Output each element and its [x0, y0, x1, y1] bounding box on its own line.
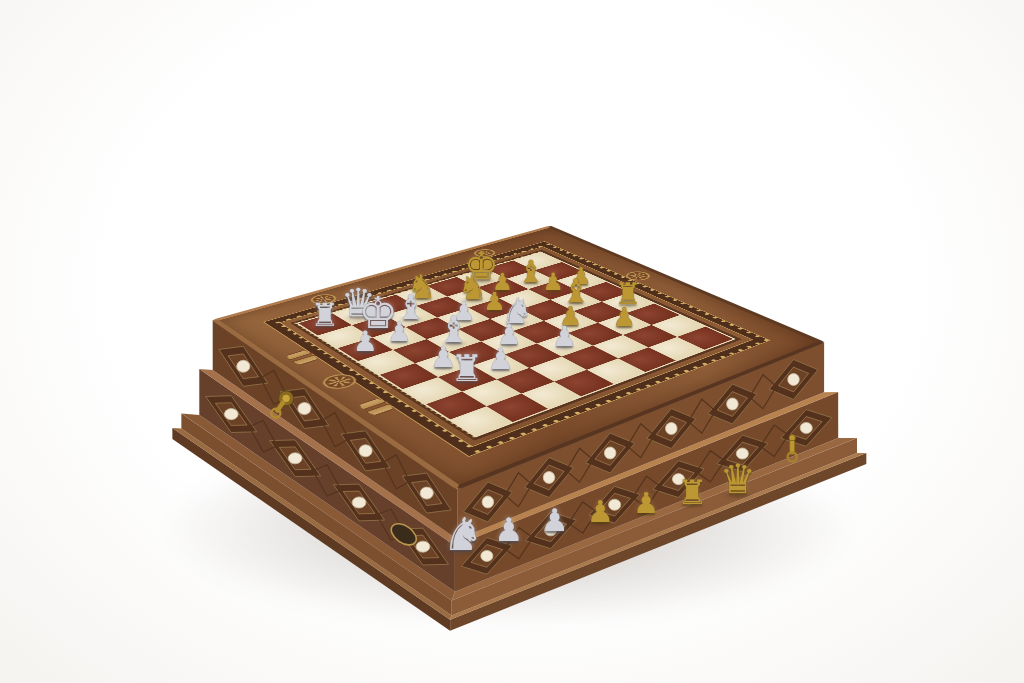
- piece-gold-pawn-g3[interactable]: ♟: [613, 304, 637, 330]
- piece-silver-pawn-b6[interactable]: ♟: [387, 318, 411, 345]
- piece-gold-pawn-captured[interactable]: ♟: [587, 497, 614, 527]
- piece-gold-bishop-g7[interactable]: ♝: [517, 255, 545, 286]
- piece-silver-pawn-a6[interactable]: ♟: [353, 328, 378, 356]
- piece-silver-rook-b3[interactable]: ♜: [450, 350, 483, 386]
- piece-gold-pawn-captured[interactable]: ♟: [633, 489, 659, 518]
- piece-gold-queen-captured[interactable]: ♛: [720, 461, 756, 501]
- piece-silver-pawn-captured[interactable]: ♟: [494, 514, 523, 546]
- piece-silver-pawn-c3[interactable]: ♟: [487, 345, 513, 374]
- piece-silver-rook-a8[interactable]: ♜: [311, 300, 340, 332]
- chess-set-photo: ♜♛♞♚♚♝♞♟♝♟♟♟♟♟♟♝♞♝♟♟♟♜♜♟♟♟♞♟♟♟♟♜♛: [0, 0, 1024, 683]
- piece-silver-pawn-captured[interactable]: ♟: [541, 505, 569, 536]
- piece-gold-rook-captured[interactable]: ♜: [677, 476, 707, 510]
- piece-silver-knight-captured[interactable]: ♞: [442, 512, 483, 558]
- pieces-layer: ♜♛♞♚♚♝♞♟♝♟♟♟♟♟♟♝♞♝♟♟♟♜♜♟♟♟♞♟♟♟♟♜♛: [0, 0, 1024, 683]
- piece-silver-pawn-e3[interactable]: ♟: [552, 324, 577, 352]
